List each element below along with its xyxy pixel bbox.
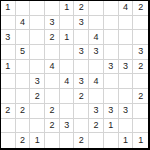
clue-cell: 3	[104, 60, 119, 75]
empty-cell[interactable]	[60, 16, 75, 31]
empty-cell[interactable]	[89, 60, 104, 75]
empty-cell[interactable]	[30, 60, 45, 75]
empty-cell[interactable]	[45, 45, 60, 60]
clue-cell: 4	[89, 30, 104, 45]
empty-cell[interactable]	[45, 74, 60, 89]
empty-cell[interactable]	[30, 30, 45, 45]
empty-cell[interactable]	[1, 45, 16, 60]
clue-cell: 3	[74, 74, 89, 89]
clue-cell: 3	[133, 45, 148, 60]
empty-cell[interactable]	[89, 16, 104, 31]
clue-cell: 1	[1, 60, 16, 75]
empty-cell[interactable]	[30, 45, 45, 60]
empty-cell[interactable]	[1, 16, 16, 31]
empty-cell[interactable]	[45, 89, 60, 104]
clue-cell: 3	[74, 45, 89, 60]
empty-cell[interactable]	[119, 89, 134, 104]
clue-cell: 2	[133, 89, 148, 104]
empty-cell[interactable]	[133, 74, 148, 89]
clue-cell: 2	[30, 89, 45, 104]
empty-cell[interactable]	[119, 30, 134, 45]
clue-cell: 3	[1, 30, 16, 45]
clue-cell: 4	[89, 74, 104, 89]
clue-cell: 2	[45, 104, 60, 119]
empty-cell[interactable]	[16, 1, 31, 16]
empty-cell[interactable]	[74, 30, 89, 45]
clue-cell: 2	[74, 1, 89, 16]
clue-cell: 4	[60, 74, 75, 89]
empty-cell[interactable]	[119, 74, 134, 89]
clue-cell: 5	[16, 45, 31, 60]
clue-cell: 2	[74, 89, 89, 104]
clue-cell: 1	[60, 1, 75, 16]
clue-cell: 2	[45, 30, 60, 45]
empty-cell[interactable]	[60, 133, 75, 148]
clue-cell: 3	[89, 104, 104, 119]
empty-cell[interactable]	[1, 74, 16, 89]
clue-cell: 3	[104, 104, 119, 119]
puzzle-board: 1124243332145333143323434222222333232121…	[0, 0, 150, 150]
empty-cell[interactable]	[104, 133, 119, 148]
empty-cell[interactable]	[1, 89, 16, 104]
empty-cell[interactable]	[119, 16, 134, 31]
empty-cell[interactable]	[30, 1, 45, 16]
empty-cell[interactable]	[104, 16, 119, 31]
empty-cell[interactable]	[133, 30, 148, 45]
clue-cell: 2	[133, 1, 148, 16]
empty-cell[interactable]	[133, 104, 148, 119]
clue-cell: 3	[119, 104, 134, 119]
clue-cell: 1	[60, 30, 75, 45]
empty-cell[interactable]	[60, 104, 75, 119]
empty-cell[interactable]	[30, 104, 45, 119]
clue-cell: 3	[30, 74, 45, 89]
empty-cell[interactable]	[104, 30, 119, 45]
empty-cell[interactable]	[89, 89, 104, 104]
empty-cell[interactable]	[104, 89, 119, 104]
clue-cell: 3	[74, 16, 89, 31]
empty-cell[interactable]	[89, 133, 104, 148]
clue-cell: 4	[119, 1, 134, 16]
clue-cell: 2	[45, 119, 60, 134]
clue-cell: 2	[74, 133, 89, 148]
empty-cell[interactable]	[16, 60, 31, 75]
empty-cell[interactable]	[104, 74, 119, 89]
empty-cell[interactable]	[16, 30, 31, 45]
clue-cell: 3	[45, 16, 60, 31]
empty-cell[interactable]	[16, 89, 31, 104]
empty-cell[interactable]	[30, 16, 45, 31]
empty-cell[interactable]	[60, 89, 75, 104]
clue-cell: 2	[1, 104, 16, 119]
puzzle-area: 1124243332145333143323434222222333232121…	[0, 0, 150, 150]
empty-cell[interactable]	[30, 119, 45, 134]
empty-cell[interactable]	[133, 119, 148, 134]
clue-cell: 2	[16, 104, 31, 119]
empty-cell[interactable]	[1, 119, 16, 134]
clue-cell: 1	[1, 1, 16, 16]
empty-cell[interactable]	[16, 74, 31, 89]
clue-cell: 1	[30, 133, 45, 148]
empty-cell[interactable]	[74, 60, 89, 75]
clue-cell: 4	[16, 16, 31, 31]
clue-cell: 3	[60, 119, 75, 134]
empty-cell[interactable]	[16, 119, 31, 134]
empty-cell[interactable]	[119, 45, 134, 60]
empty-cell[interactable]	[89, 1, 104, 16]
empty-cell[interactable]	[74, 104, 89, 119]
empty-cell[interactable]	[74, 119, 89, 134]
clue-cell: 3	[89, 45, 104, 60]
empty-cell[interactable]	[1, 133, 16, 148]
clue-cell: 3	[119, 60, 134, 75]
empty-cell[interactable]	[133, 16, 148, 31]
clue-cell: 1	[119, 133, 134, 148]
empty-cell[interactable]	[119, 119, 134, 134]
clue-cell: 2	[16, 133, 31, 148]
empty-cell[interactable]	[104, 1, 119, 16]
clue-cell: 2	[133, 60, 148, 75]
clue-cell: 1	[133, 133, 148, 148]
clue-cell: 4	[45, 60, 60, 75]
empty-cell[interactable]	[60, 60, 75, 75]
clue-cell: 1	[104, 119, 119, 134]
empty-cell[interactable]	[60, 45, 75, 60]
empty-cell[interactable]	[45, 133, 60, 148]
empty-cell[interactable]	[45, 1, 60, 16]
clue-cell: 2	[89, 119, 104, 134]
empty-cell[interactable]	[104, 45, 119, 60]
